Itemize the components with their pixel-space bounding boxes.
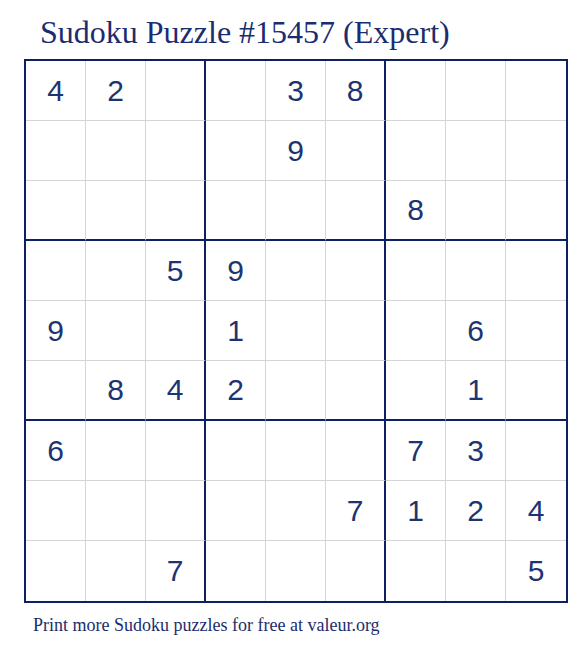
cell-r9c6[interactable] bbox=[326, 541, 386, 601]
cell-r5c4[interactable]: 1 bbox=[206, 301, 266, 361]
cell-r9c8[interactable] bbox=[446, 541, 506, 601]
cell-r8c6[interactable]: 7 bbox=[326, 481, 386, 541]
cell-r6c8[interactable]: 1 bbox=[446, 361, 506, 421]
cell-r2c5[interactable]: 9 bbox=[266, 121, 326, 181]
cell-r7c9[interactable] bbox=[506, 421, 566, 481]
footer-text: Print more Sudoku puzzles for free at va… bbox=[33, 615, 380, 637]
cell-r2c3[interactable] bbox=[146, 121, 206, 181]
cell-r2c4[interactable] bbox=[206, 121, 266, 181]
cell-r4c8[interactable] bbox=[446, 241, 506, 301]
cell-r3c8[interactable] bbox=[446, 181, 506, 241]
cell-r6c1[interactable] bbox=[26, 361, 86, 421]
cell-r2c8[interactable] bbox=[446, 121, 506, 181]
cell-r2c2[interactable] bbox=[86, 121, 146, 181]
cell-r2c9[interactable] bbox=[506, 121, 566, 181]
cell-r7c8[interactable]: 3 bbox=[446, 421, 506, 481]
cell-r8c5[interactable] bbox=[266, 481, 326, 541]
cell-r7c3[interactable] bbox=[146, 421, 206, 481]
cell-r4c6[interactable] bbox=[326, 241, 386, 301]
cell-r3c4[interactable] bbox=[206, 181, 266, 241]
cell-r1c3[interactable] bbox=[146, 61, 206, 121]
cell-r3c7[interactable]: 8 bbox=[386, 181, 446, 241]
cell-r7c5[interactable] bbox=[266, 421, 326, 481]
cell-r4c2[interactable] bbox=[86, 241, 146, 301]
cell-r5c3[interactable] bbox=[146, 301, 206, 361]
cell-r5c7[interactable] bbox=[386, 301, 446, 361]
cell-r7c7[interactable]: 7 bbox=[386, 421, 446, 481]
cell-r5c6[interactable] bbox=[326, 301, 386, 361]
cell-r6c2[interactable]: 8 bbox=[86, 361, 146, 421]
cell-r5c9[interactable] bbox=[506, 301, 566, 361]
cell-r6c9[interactable] bbox=[506, 361, 566, 421]
cell-r1c2[interactable]: 2 bbox=[86, 61, 146, 121]
cell-r8c1[interactable] bbox=[26, 481, 86, 541]
cell-r2c1[interactable] bbox=[26, 121, 86, 181]
cell-r6c4[interactable]: 2 bbox=[206, 361, 266, 421]
cell-r9c3[interactable]: 7 bbox=[146, 541, 206, 601]
cell-r9c4[interactable] bbox=[206, 541, 266, 601]
cell-r8c4[interactable] bbox=[206, 481, 266, 541]
cell-r6c7[interactable] bbox=[386, 361, 446, 421]
cell-r1c7[interactable] bbox=[386, 61, 446, 121]
sudoku-board: 423898599168421673712475 bbox=[24, 59, 568, 603]
cell-r2c6[interactable] bbox=[326, 121, 386, 181]
cell-r9c5[interactable] bbox=[266, 541, 326, 601]
cell-r8c9[interactable]: 4 bbox=[506, 481, 566, 541]
cell-r7c2[interactable] bbox=[86, 421, 146, 481]
cell-r5c1[interactable]: 9 bbox=[26, 301, 86, 361]
cell-r5c8[interactable]: 6 bbox=[446, 301, 506, 361]
cell-r1c1[interactable]: 4 bbox=[26, 61, 86, 121]
cell-r9c1[interactable] bbox=[26, 541, 86, 601]
cell-r9c9[interactable]: 5 bbox=[506, 541, 566, 601]
cell-r4c4[interactable]: 9 bbox=[206, 241, 266, 301]
cell-r1c6[interactable]: 8 bbox=[326, 61, 386, 121]
cell-r4c1[interactable] bbox=[26, 241, 86, 301]
cell-r4c5[interactable] bbox=[266, 241, 326, 301]
cell-r2c7[interactable] bbox=[386, 121, 446, 181]
cell-r1c5[interactable]: 3 bbox=[266, 61, 326, 121]
page-title: Sudoku Puzzle #15457 (Expert) bbox=[40, 16, 450, 48]
cell-r1c9[interactable] bbox=[506, 61, 566, 121]
cell-r8c8[interactable]: 2 bbox=[446, 481, 506, 541]
sudoku-page: Sudoku Puzzle #15457 (Expert) 4238985991… bbox=[0, 0, 580, 651]
cell-r4c7[interactable] bbox=[386, 241, 446, 301]
cell-r6c6[interactable] bbox=[326, 361, 386, 421]
cell-r1c8[interactable] bbox=[446, 61, 506, 121]
cell-r8c3[interactable] bbox=[146, 481, 206, 541]
cell-r3c1[interactable] bbox=[26, 181, 86, 241]
cell-r4c9[interactable] bbox=[506, 241, 566, 301]
cell-r7c6[interactable] bbox=[326, 421, 386, 481]
cell-r9c7[interactable] bbox=[386, 541, 446, 601]
cell-r3c5[interactable] bbox=[266, 181, 326, 241]
cell-r3c9[interactable] bbox=[506, 181, 566, 241]
cell-r3c3[interactable] bbox=[146, 181, 206, 241]
cell-r4c3[interactable]: 5 bbox=[146, 241, 206, 301]
cell-r7c1[interactable]: 6 bbox=[26, 421, 86, 481]
cell-r6c5[interactable] bbox=[266, 361, 326, 421]
cell-r9c2[interactable] bbox=[86, 541, 146, 601]
cell-r3c6[interactable] bbox=[326, 181, 386, 241]
cell-r5c2[interactable] bbox=[86, 301, 146, 361]
cell-r8c7[interactable]: 1 bbox=[386, 481, 446, 541]
cell-r3c2[interactable] bbox=[86, 181, 146, 241]
cell-r7c4[interactable] bbox=[206, 421, 266, 481]
cell-r5c5[interactable] bbox=[266, 301, 326, 361]
cell-r8c2[interactable] bbox=[86, 481, 146, 541]
cell-r1c4[interactable] bbox=[206, 61, 266, 121]
cell-r6c3[interactable]: 4 bbox=[146, 361, 206, 421]
